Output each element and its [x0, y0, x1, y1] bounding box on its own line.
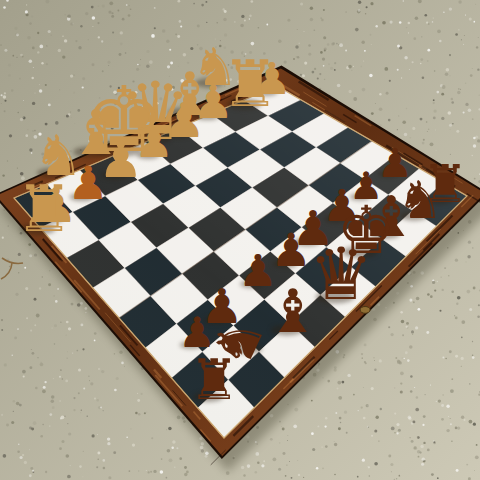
black-rook-a8[interactable]: ♜: [189, 352, 239, 408]
chessboard-photo: ♞♟♜♝♟♟♛♚♝♟♞♟♟♟♟♜♞♟♟♜♝♟♚♟♟♛♟♝♟♞♜: [0, 0, 480, 480]
white-rook-a1[interactable]: ♜: [15, 177, 72, 241]
